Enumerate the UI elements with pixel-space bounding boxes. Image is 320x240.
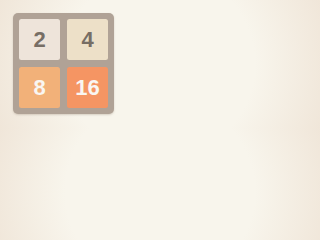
tile-2: 2 — [19, 19, 60, 60]
tile-16: 16 — [67, 67, 108, 108]
tile-4: 4 — [67, 19, 108, 60]
game-board-2048[interactable]: 2 4 8 16 — [13, 13, 114, 114]
tile-8: 8 — [19, 67, 60, 108]
